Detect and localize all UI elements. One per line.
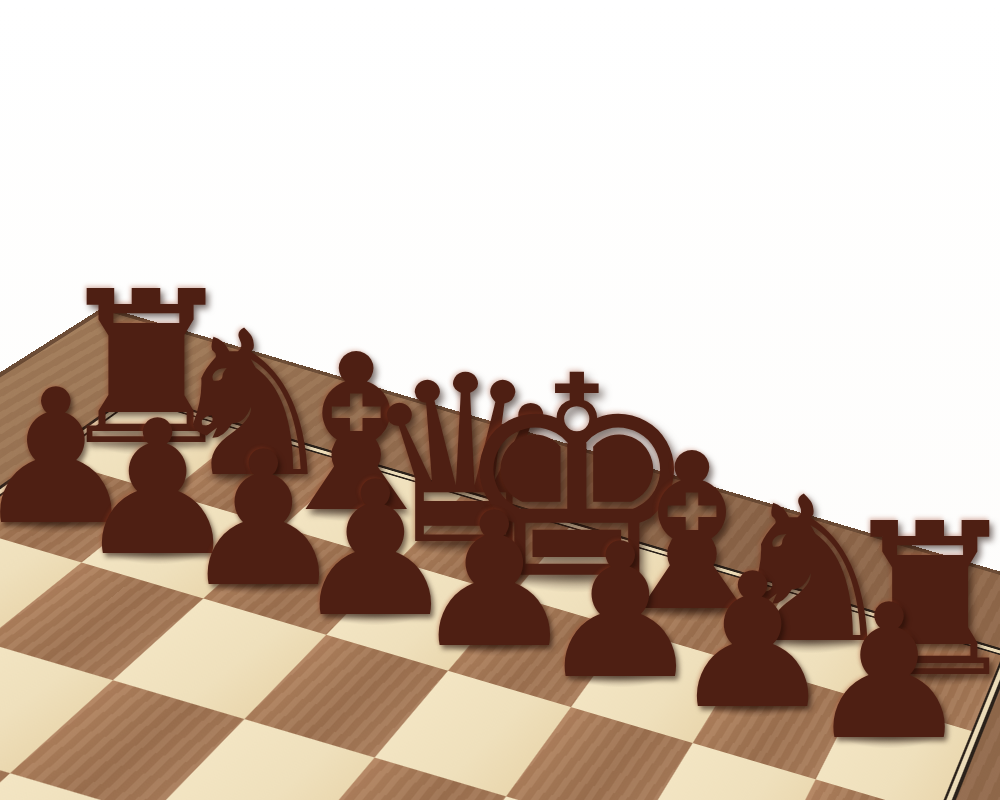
chess-photo-viewport: ♜♞♝♛♚♝♞♜♟♟♟♟♟♟♟♟ <box>0 0 1000 800</box>
piece-black-pawn-h7[interactable]: ♟ <box>806 580 973 766</box>
